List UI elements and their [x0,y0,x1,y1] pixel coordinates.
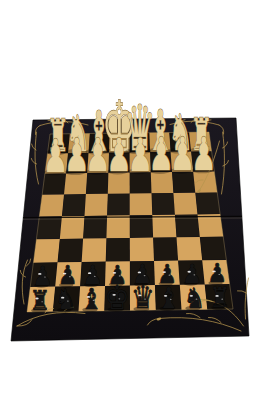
gloss-highlight [221,299,223,300]
gloss-highlight [61,297,64,299]
gloss-highlight [118,298,120,299]
square-r4c4 [108,194,130,215]
gloss-highlight [138,272,141,274]
gloss-highlight [93,300,95,301]
gloss-highlight [113,272,116,274]
square-r5c1 [37,217,62,239]
gloss-highlight [218,274,220,275]
piece-black-rook: ♜ [210,282,231,313]
piece-black-bishop: ♝ [158,281,180,314]
gloss-highlight [196,299,198,300]
square-r4c7 [173,193,197,215]
gloss-highlight [87,296,90,298]
square-r5c8 [198,214,224,237]
square-r6c2 [58,239,83,262]
piece-black-queen: ♛ [131,279,155,316]
piece-white-pawn: ♟ [191,126,217,180]
square-r6c6 [154,238,178,261]
gloss-highlight [119,275,121,276]
gloss-highlight [163,271,166,273]
square-r6c7 [177,237,203,261]
chess-board: ♜♞♝♚♛♝♞♜♟♟♟♟♟♟♟♟♟♟♟♟♟♟♟♟♜♞♝♚♛♝♞♜ [0,0,258,400]
piece-black-king: ♚ [105,279,130,317]
gloss-highlight [94,276,96,277]
gloss-highlight [144,275,146,276]
gloss-highlight [35,298,38,300]
gloss-highlight [44,276,46,277]
square-r4c2 [62,195,85,216]
gloss-highlight [112,294,115,296]
chess-set-photo: ♜♞♝♚♛♝♞♜♟♟♟♟♟♟♟♟♟♟♟♟♟♟♟♟♜♞♝♚♛♝♞♜ [0,0,258,400]
piece-black-knight: ♞ [55,284,76,316]
square-r4c8 [196,193,220,214]
piece-black-rook: ♜ [30,285,51,316]
gloss-highlight [187,271,190,273]
gloss-highlight [215,295,218,297]
square-r4c5 [130,193,153,215]
square-r6c1 [33,239,59,263]
gloss-highlight [190,295,193,297]
square-r5c3 [84,216,107,238]
gloss-highlight [69,276,71,277]
piece-black-bishop: ♝ [80,282,102,315]
square-r6c4 [106,238,129,261]
gloss-highlight [169,275,171,276]
gloss-highlight [41,301,43,302]
square-r4c6 [152,193,175,214]
gloss-highlight [193,274,195,275]
square-r6c5 [130,238,154,262]
gloss-highlight [67,300,69,301]
square-r6c8 [200,237,226,260]
square-r5c2 [60,216,85,239]
gloss-highlight [138,294,141,296]
gloss-highlight [88,272,91,274]
square-r4c1 [39,194,64,216]
gloss-highlight [212,270,215,272]
gloss-highlight [170,299,172,300]
square-r4c3 [85,194,108,216]
gloss-highlight [63,273,66,275]
piece-black-knight: ♞ [184,282,205,314]
square-r6c3 [82,238,107,262]
gloss-highlight [164,295,167,297]
gloss-highlight [144,298,146,299]
gloss-highlight [38,273,41,275]
